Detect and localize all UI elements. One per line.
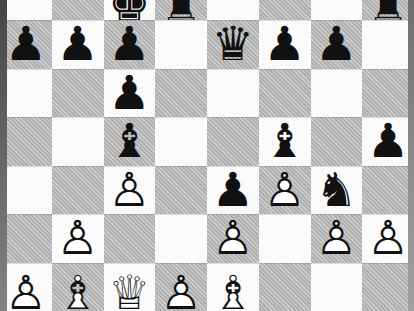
square-b4 (52, 166, 104, 215)
square-f7: ♟︎ (259, 20, 311, 69)
square-b6 (52, 69, 104, 118)
white-pawn-g3: ♟︎♙︎ (311, 214, 363, 263)
square-h6 (362, 69, 414, 118)
black-rook-h8: ♜︎ (362, 0, 414, 20)
black-bishop-f5: ♝︎ (259, 117, 311, 166)
square-d5 (155, 117, 207, 166)
black-knight-g4: ♞︎ (311, 166, 363, 215)
square-b2: ♝︎♗︎ (52, 263, 104, 311)
square-d7 (155, 20, 207, 69)
square-g2 (311, 263, 363, 311)
board-frame-left-edge (0, 0, 7, 311)
square-f5: ♝︎ (259, 117, 311, 166)
square-c3 (104, 214, 156, 263)
square-c4: ♟︎♙︎ (104, 166, 156, 215)
white-pawn-e3: ♟︎♙︎ (207, 214, 259, 263)
square-a6 (0, 69, 52, 118)
square-d2: ♟︎♙︎ (155, 263, 207, 311)
black-queen-e7: ♛︎ (207, 20, 259, 69)
square-h4 (362, 166, 414, 215)
square-d6 (155, 69, 207, 118)
square-h2 (362, 263, 414, 311)
white-pawn-h3: ♟︎♙︎ (362, 214, 414, 263)
square-f4: ♟︎♙︎ (259, 166, 311, 215)
square-g5 (311, 117, 363, 166)
chess-board: ♚︎♜︎♜︎♟︎♟︎♟︎♛︎♟︎♟︎♟︎♝︎♝︎♟︎♟︎♙︎♟︎♟︎♙︎♞︎♟︎… (0, 0, 414, 311)
square-c7: ♟︎ (104, 20, 156, 69)
square-a8 (0, 0, 52, 20)
square-a3 (0, 214, 52, 263)
square-a5 (0, 117, 52, 166)
white-queen-c2: ♛︎♕︎ (104, 269, 156, 311)
square-h3: ♟︎♙︎ (362, 214, 414, 263)
square-g8 (311, 0, 363, 20)
square-e7: ♛︎ (207, 20, 259, 69)
square-e6 (207, 69, 259, 118)
square-d3 (155, 214, 207, 263)
white-pawn-d2: ♟︎♙︎ (155, 269, 207, 311)
square-c8: ♚︎ (104, 0, 156, 20)
square-g3: ♟︎♙︎ (311, 214, 363, 263)
white-bishop-e2: ♝︎♗︎ (207, 269, 259, 311)
black-pawn-c7: ♟︎ (104, 20, 156, 69)
square-b5 (52, 117, 104, 166)
square-g4: ♞︎ (311, 166, 363, 215)
black-pawn-b7: ♟︎ (52, 20, 104, 69)
square-h5: ♟︎ (362, 117, 414, 166)
square-c2: ♛︎♕︎ (104, 263, 156, 311)
square-e2: ♝︎♗︎ (207, 263, 259, 311)
square-f2 (259, 263, 311, 311)
square-b3: ♟︎♙︎ (52, 214, 104, 263)
black-pawn-g7: ♟︎ (311, 20, 363, 69)
square-g6 (311, 69, 363, 118)
square-d8: ♜︎ (155, 0, 207, 20)
black-pawn-a7: ♟︎ (0, 20, 52, 69)
square-a2: ♟︎♙︎ (0, 263, 52, 311)
white-pawn-a2: ♟︎♙︎ (0, 269, 52, 311)
square-b7: ♟︎ (52, 20, 104, 69)
square-h7 (362, 20, 414, 69)
square-e3: ♟︎♙︎ (207, 214, 259, 263)
black-pawn-h5: ♟︎ (362, 117, 414, 166)
black-pawn-f7: ♟︎ (259, 20, 311, 69)
white-pawn-f4: ♟︎♙︎ (259, 166, 311, 215)
white-pawn-b3: ♟︎♙︎ (52, 214, 104, 263)
square-a7: ♟︎ (0, 20, 52, 69)
square-f8 (259, 0, 311, 20)
square-f6 (259, 69, 311, 118)
square-b8 (52, 0, 104, 20)
square-h8: ♜︎ (362, 0, 414, 20)
black-pawn-c6: ♟︎ (104, 69, 156, 118)
black-king-c8: ♚︎ (104, 0, 156, 20)
white-bishop-b2: ♝︎♗︎ (52, 269, 104, 311)
black-pawn-e4: ♟︎ (207, 166, 259, 215)
board-frame-right-edge (408, 0, 414, 311)
square-e4: ♟︎ (207, 166, 259, 215)
white-pawn-c4: ♟︎♙︎ (104, 166, 156, 215)
black-bishop-c5: ♝︎ (104, 117, 156, 166)
chess-diagram: ♚︎♜︎♜︎♟︎♟︎♟︎♛︎♟︎♟︎♟︎♝︎♝︎♟︎♟︎♙︎♟︎♟︎♙︎♞︎♟︎… (0, 0, 414, 311)
square-c5: ♝︎ (104, 117, 156, 166)
square-e5 (207, 117, 259, 166)
square-e8 (207, 0, 259, 20)
square-c6: ♟︎ (104, 69, 156, 118)
square-a4 (0, 166, 52, 215)
black-rook-d8: ♜︎ (155, 0, 207, 20)
square-d4 (155, 166, 207, 215)
square-g7: ♟︎ (311, 20, 363, 69)
square-f3 (259, 214, 311, 263)
